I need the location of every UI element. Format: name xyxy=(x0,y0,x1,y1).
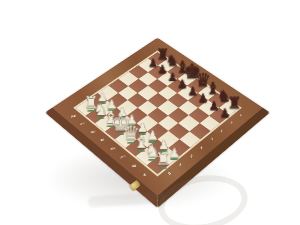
board-squares: ♜♟♟♜♞♟♟♞♝♟♟♝♚♟♟♚♛♟♟♛♝♟♟♝♞♟♟♞♜♟♟♜ xyxy=(73,51,242,177)
green-felt-base xyxy=(170,158,179,160)
black-king: ♚ xyxy=(183,62,201,82)
file-label-a: A xyxy=(136,169,153,183)
black-rook: ♜ xyxy=(156,47,169,62)
piece-stand: ♜ xyxy=(221,84,247,112)
piece-stand: ♜ xyxy=(150,36,175,62)
square-d3 xyxy=(137,115,158,131)
green-felt-base xyxy=(159,167,168,169)
product-photo-canvas: ♜♟♟♜♞♟♟♞♝♟♟♝♚♟♟♚♛♟♟♛♝♟♟♝♞♟♟♞♜♟♟♜ HGFEDCB… xyxy=(0,0,300,225)
rank-label-1: 1 xyxy=(236,108,246,124)
square-b8: ♞ xyxy=(208,93,228,108)
piece-stand: ♛ xyxy=(189,62,215,89)
square-d5 xyxy=(157,100,177,115)
square-e8: ♚ xyxy=(177,72,197,86)
